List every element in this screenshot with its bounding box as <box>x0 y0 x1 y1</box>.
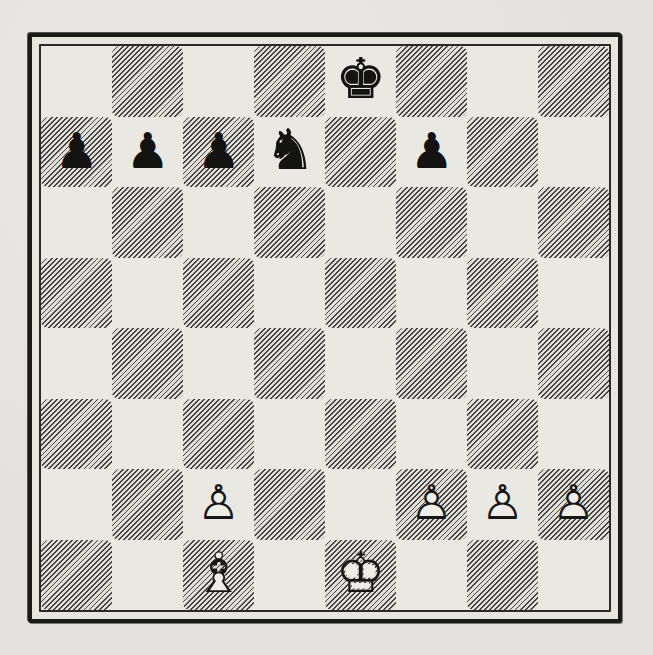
square-e8[interactable]: ♚ <box>325 46 396 117</box>
white-bishop-glyph: ♗ <box>183 545 254 601</box>
chessboard-frame: ♚♟♟♟♞♟♟♙♟♙♟♙♟♙♝♗♚♔ <box>28 33 622 623</box>
square-a4[interactable] <box>41 328 112 399</box>
square-h5[interactable] <box>538 258 609 329</box>
board-grid: ♚♟♟♟♞♟♟♙♟♙♟♙♟♙♝♗♚♔ <box>39 44 611 612</box>
square-h3[interactable] <box>538 399 609 470</box>
white-pawn: ♟♙ <box>183 469 254 540</box>
square-d2[interactable] <box>254 469 325 540</box>
square-a2[interactable] <box>41 469 112 540</box>
black-knight: ♞ <box>254 117 325 188</box>
square-f8[interactable] <box>396 46 467 117</box>
square-e1[interactable]: ♚♔ <box>325 540 396 611</box>
square-b6[interactable] <box>112 187 183 258</box>
square-f6[interactable] <box>396 187 467 258</box>
square-b1[interactable] <box>112 540 183 611</box>
square-c3[interactable] <box>183 399 254 470</box>
square-a7[interactable]: ♟ <box>41 117 112 188</box>
square-b7[interactable]: ♟ <box>112 117 183 188</box>
square-f2[interactable]: ♟♙ <box>396 469 467 540</box>
square-f7[interactable]: ♟ <box>396 117 467 188</box>
black-king-glyph: ♚ <box>325 51 396 107</box>
square-a8[interactable] <box>41 46 112 117</box>
square-c2[interactable]: ♟♙ <box>183 469 254 540</box>
square-h8[interactable] <box>538 46 609 117</box>
square-a6[interactable] <box>41 187 112 258</box>
square-g2[interactable]: ♟♙ <box>467 469 538 540</box>
white-bishop: ♝♗ <box>183 540 254 611</box>
square-h1[interactable] <box>538 540 609 611</box>
white-pawn: ♟♙ <box>538 469 609 540</box>
square-g4[interactable] <box>467 328 538 399</box>
square-d1[interactable] <box>254 540 325 611</box>
black-pawn: ♟ <box>183 117 254 188</box>
square-d4[interactable] <box>254 328 325 399</box>
white-king-glyph: ♔ <box>325 545 396 601</box>
black-pawn-glyph: ♟ <box>396 126 467 174</box>
square-c6[interactable] <box>183 187 254 258</box>
square-b8[interactable] <box>112 46 183 117</box>
black-pawn: ♟ <box>112 117 183 188</box>
square-e5[interactable] <box>325 258 396 329</box>
square-h6[interactable] <box>538 187 609 258</box>
square-e2[interactable] <box>325 469 396 540</box>
black-pawn-glyph: ♟ <box>112 126 183 174</box>
square-a3[interactable] <box>41 399 112 470</box>
square-b2[interactable] <box>112 469 183 540</box>
square-c5[interactable] <box>183 258 254 329</box>
white-pawn-glyph: ♙ <box>183 478 254 526</box>
square-b5[interactable] <box>112 258 183 329</box>
square-g6[interactable] <box>467 187 538 258</box>
page-background: ♚♟♟♟♞♟♟♙♟♙♟♙♟♙♝♗♚♔ <box>0 0 653 655</box>
square-e7[interactable] <box>325 117 396 188</box>
square-f1[interactable] <box>396 540 467 611</box>
square-g8[interactable] <box>467 46 538 117</box>
square-h2[interactable]: ♟♙ <box>538 469 609 540</box>
white-pawn-glyph: ♙ <box>538 478 609 526</box>
square-a5[interactable] <box>41 258 112 329</box>
black-pawn: ♟ <box>41 117 112 188</box>
white-pawn-glyph: ♙ <box>396 478 467 526</box>
square-d8[interactable] <box>254 46 325 117</box>
black-knight-glyph: ♞ <box>254 122 325 178</box>
white-pawn-glyph: ♙ <box>467 478 538 526</box>
square-g5[interactable] <box>467 258 538 329</box>
square-h4[interactable] <box>538 328 609 399</box>
square-d3[interactable] <box>254 399 325 470</box>
square-g1[interactable] <box>467 540 538 611</box>
square-d7[interactable]: ♞ <box>254 117 325 188</box>
square-e3[interactable] <box>325 399 396 470</box>
white-pawn: ♟♙ <box>396 469 467 540</box>
square-d5[interactable] <box>254 258 325 329</box>
white-pawn: ♟♙ <box>467 469 538 540</box>
square-f5[interactable] <box>396 258 467 329</box>
square-g7[interactable] <box>467 117 538 188</box>
square-e4[interactable] <box>325 328 396 399</box>
square-a1[interactable] <box>41 540 112 611</box>
square-f4[interactable] <box>396 328 467 399</box>
square-f3[interactable] <box>396 399 467 470</box>
black-pawn-glyph: ♟ <box>183 126 254 174</box>
square-d6[interactable] <box>254 187 325 258</box>
square-g3[interactable] <box>467 399 538 470</box>
black-pawn-glyph: ♟ <box>41 126 112 174</box>
square-c8[interactable] <box>183 46 254 117</box>
square-c7[interactable]: ♟ <box>183 117 254 188</box>
black-king: ♚ <box>325 46 396 117</box>
square-c1[interactable]: ♝♗ <box>183 540 254 611</box>
white-king: ♚♔ <box>325 540 396 611</box>
square-h7[interactable] <box>538 117 609 188</box>
black-pawn: ♟ <box>396 117 467 188</box>
square-b3[interactable] <box>112 399 183 470</box>
square-e6[interactable] <box>325 187 396 258</box>
square-b4[interactable] <box>112 328 183 399</box>
square-c4[interactable] <box>183 328 254 399</box>
